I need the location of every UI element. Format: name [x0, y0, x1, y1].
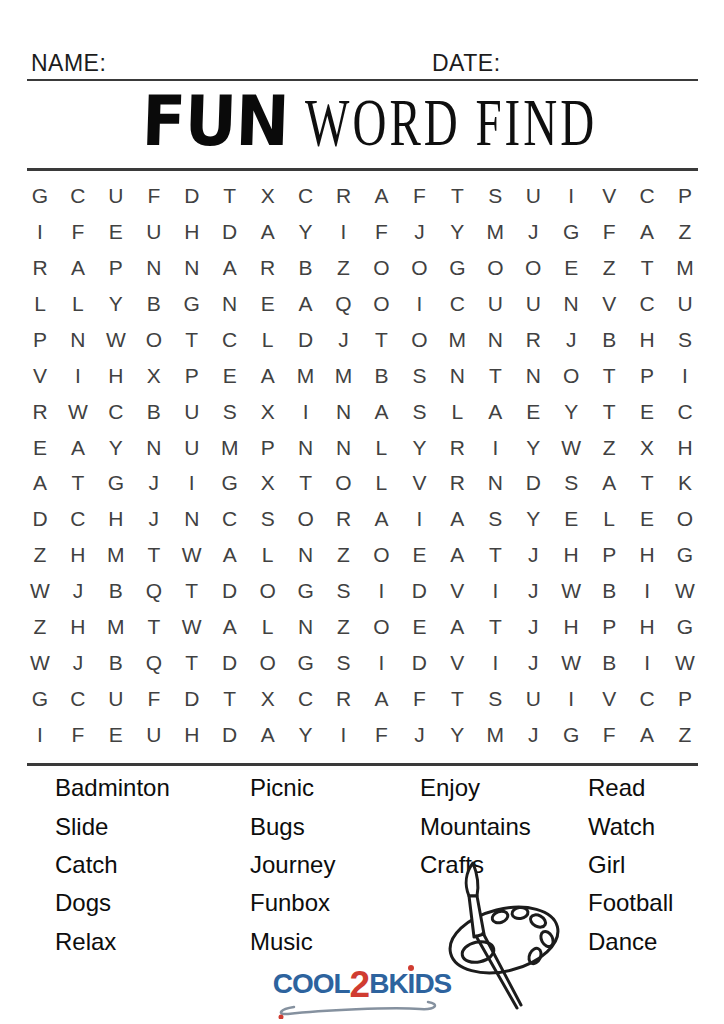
grid-cell-r5c2[interactable]: N [59, 322, 97, 358]
grid-cell-r14c10[interactable]: I [362, 645, 400, 681]
grid-cell-r11c4[interactable]: T [135, 537, 173, 573]
word-dance[interactable]: Dance [588, 923, 700, 961]
grid-cell-r13c13[interactable]: T [476, 609, 514, 645]
grid-cell-r2c8[interactable]: Y [287, 214, 325, 250]
grid-cell-r15c16[interactable]: V [590, 681, 628, 717]
grid-cell-r11c6[interactable]: A [211, 537, 249, 573]
grid-cell-r9c8[interactable]: T [287, 466, 325, 502]
grid-cell-r15c17[interactable]: C [628, 681, 666, 717]
grid-cell-r6c4[interactable]: X [135, 358, 173, 394]
grid-cell-r16c5[interactable]: H [173, 717, 211, 753]
grid-cell-r10c5[interactable]: N [173, 501, 211, 537]
grid-cell-r5c10[interactable]: T [362, 322, 400, 358]
grid-cell-r12c17[interactable]: I [628, 573, 666, 609]
grid-cell-r3c14[interactable]: O [514, 250, 552, 286]
grid-cell-r4c1[interactable]: L [21, 286, 59, 322]
grid-cell-r11c18[interactable]: G [666, 537, 704, 573]
grid-cell-r4c5[interactable]: G [173, 286, 211, 322]
grid-cell-r10c18[interactable]: O [666, 501, 704, 537]
word-mountains[interactable]: Mountains [420, 807, 588, 845]
grid-cell-r10c16[interactable]: L [590, 501, 628, 537]
grid-cell-r10c8[interactable]: O [287, 501, 325, 537]
grid-cell-r4c2[interactable]: L [59, 286, 97, 322]
grid-cell-r5c4[interactable]: O [135, 322, 173, 358]
grid-cell-r7c3[interactable]: C [97, 394, 135, 430]
grid-cell-r7c5[interactable]: U [173, 394, 211, 430]
grid-cell-r10c7[interactable]: S [249, 501, 287, 537]
grid-cell-r14c8[interactable]: G [287, 645, 325, 681]
grid-cell-r13c5[interactable]: W [173, 609, 211, 645]
grid-cell-r7c2[interactable]: W [59, 394, 97, 430]
grid-cell-r11c12[interactable]: A [438, 537, 476, 573]
grid-cell-r14c12[interactable]: V [438, 645, 476, 681]
grid-cell-r6c17[interactable]: P [628, 358, 666, 394]
grid-cell-r11c16[interactable]: P [590, 537, 628, 573]
grid-cell-r6c1[interactable]: V [21, 358, 59, 394]
grid-cell-r8c1[interactable]: E [21, 430, 59, 466]
grid-cell-r8c16[interactable]: Z [590, 430, 628, 466]
grid-cell-r9c13[interactable]: N [476, 466, 514, 502]
grid-cell-r5c6[interactable]: C [211, 322, 249, 358]
grid-cell-r4c14[interactable]: U [514, 286, 552, 322]
word-enjoy[interactable]: Enjoy [420, 769, 588, 807]
grid-cell-r10c6[interactable]: C [211, 501, 249, 537]
grid-cell-r4c6[interactable]: N [211, 286, 249, 322]
grid-cell-r9c4[interactable]: J [135, 466, 173, 502]
grid-cell-r1c3[interactable]: U [97, 178, 135, 214]
grid-cell-r3c2[interactable]: A [59, 250, 97, 286]
grid-cell-r11c1[interactable]: Z [21, 537, 59, 573]
word-watch[interactable]: Watch [588, 807, 700, 845]
grid-cell-r4c15[interactable]: N [552, 286, 590, 322]
grid-cell-r14c7[interactable]: O [249, 645, 287, 681]
grid-cell-r5c8[interactable]: D [287, 322, 325, 358]
grid-cell-r6c12[interactable]: N [438, 358, 476, 394]
grid-cell-r10c1[interactable]: D [21, 501, 59, 537]
grid-cell-r12c5[interactable]: T [173, 573, 211, 609]
grid-cell-r7c14[interactable]: E [514, 394, 552, 430]
grid-cell-r13c7[interactable]: L [249, 609, 287, 645]
grid-cell-r7c15[interactable]: Y [552, 394, 590, 430]
grid-cell-r12c12[interactable]: V [438, 573, 476, 609]
grid-cell-r7c13[interactable]: A [476, 394, 514, 430]
grid-cell-r8c3[interactable]: Y [97, 430, 135, 466]
grid-cell-r1c18[interactable]: P [666, 178, 704, 214]
grid-cell-r16c3[interactable]: E [97, 717, 135, 753]
grid-cell-r3c15[interactable]: E [552, 250, 590, 286]
grid-cell-r11c8[interactable]: N [287, 537, 325, 573]
grid-cell-r5c14[interactable]: R [514, 322, 552, 358]
grid-cell-r9c16[interactable]: A [590, 466, 628, 502]
grid-cell-r8c6[interactable]: M [211, 430, 249, 466]
grid-cell-r14c9[interactable]: S [325, 645, 363, 681]
grid-cell-r12c6[interactable]: D [211, 573, 249, 609]
grid-cell-r10c14[interactable]: Y [514, 501, 552, 537]
word-relax[interactable]: Relax [55, 923, 250, 961]
grid-cell-r3c13[interactable]: O [476, 250, 514, 286]
grid-cell-r14c5[interactable]: T [173, 645, 211, 681]
grid-cell-r5c9[interactable]: J [325, 322, 363, 358]
grid-cell-r14c11[interactable]: D [400, 645, 438, 681]
grid-cell-r5c7[interactable]: L [249, 322, 287, 358]
grid-cell-r8c10[interactable]: L [362, 430, 400, 466]
grid-cell-r6c7[interactable]: A [249, 358, 287, 394]
grid-cell-r1c9[interactable]: R [325, 178, 363, 214]
grid-cell-r11c7[interactable]: L [249, 537, 287, 573]
grid-cell-r4c11[interactable]: I [400, 286, 438, 322]
grid-cell-r16c15[interactable]: G [552, 717, 590, 753]
grid-cell-r8c17[interactable]: X [628, 430, 666, 466]
grid-cell-r1c15[interactable]: I [552, 178, 590, 214]
grid-cell-r6c11[interactable]: S [400, 358, 438, 394]
grid-cell-r10c4[interactable]: J [135, 501, 173, 537]
grid-cell-r13c6[interactable]: A [211, 609, 249, 645]
grid-cell-r5c5[interactable]: T [173, 322, 211, 358]
grid-cell-r11c10[interactable]: O [362, 537, 400, 573]
grid-cell-r16c18[interactable]: Z [666, 717, 704, 753]
grid-cell-r7c11[interactable]: S [400, 394, 438, 430]
grid-cell-r13c2[interactable]: H [59, 609, 97, 645]
grid-cell-r16c14[interactable]: J [514, 717, 552, 753]
word-badminton[interactable]: Badminton [55, 769, 250, 807]
grid-cell-r12c7[interactable]: O [249, 573, 287, 609]
grid-cell-r7c10[interactable]: A [362, 394, 400, 430]
grid-cell-r11c11[interactable]: E [400, 537, 438, 573]
grid-cell-r6c9[interactable]: M [325, 358, 363, 394]
grid-cell-r15c18[interactable]: P [666, 681, 704, 717]
grid-cell-r12c2[interactable]: J [59, 573, 97, 609]
grid-cell-r8c9[interactable]: N [325, 430, 363, 466]
grid-cell-r1c7[interactable]: X [249, 178, 287, 214]
grid-cell-r16c11[interactable]: J [400, 717, 438, 753]
grid-cell-r2c7[interactable]: A [249, 214, 287, 250]
grid-cell-r1c14[interactable]: U [514, 178, 552, 214]
grid-cell-r14c15[interactable]: W [552, 645, 590, 681]
grid-cell-r6c10[interactable]: B [362, 358, 400, 394]
grid-cell-r14c18[interactable]: W [666, 645, 704, 681]
grid-cell-r13c9[interactable]: Z [325, 609, 363, 645]
grid-cell-r1c17[interactable]: C [628, 178, 666, 214]
grid-cell-r15c13[interactable]: S [476, 681, 514, 717]
grid-cell-r16c17[interactable]: A [628, 717, 666, 753]
grid-cell-r7c18[interactable]: C [666, 394, 704, 430]
grid-cell-r12c3[interactable]: B [97, 573, 135, 609]
word-dogs[interactable]: Dogs [55, 884, 250, 922]
grid-cell-r3c12[interactable]: G [438, 250, 476, 286]
word-catch[interactable]: Catch [55, 846, 250, 884]
grid-cell-r14c3[interactable]: B [97, 645, 135, 681]
grid-cell-r13c18[interactable]: G [666, 609, 704, 645]
grid-cell-r4c9[interactable]: Q [325, 286, 363, 322]
grid-cell-r7c8[interactable]: I [287, 394, 325, 430]
grid-cell-r9c2[interactable]: T [59, 466, 97, 502]
grid-cell-r2c13[interactable]: M [476, 214, 514, 250]
grid-cell-r4c4[interactable]: B [135, 286, 173, 322]
grid-cell-r1c1[interactable]: G [21, 178, 59, 214]
grid-cell-r6c3[interactable]: H [97, 358, 135, 394]
grid-cell-r11c9[interactable]: Z [325, 537, 363, 573]
grid-cell-r8c2[interactable]: A [59, 430, 97, 466]
grid-cell-r9c1[interactable]: A [21, 466, 59, 502]
grid-cell-r1c12[interactable]: T [438, 178, 476, 214]
grid-cell-r12c10[interactable]: I [362, 573, 400, 609]
grid-cell-r14c4[interactable]: Q [135, 645, 173, 681]
grid-cell-r15c11[interactable]: F [400, 681, 438, 717]
grid-cell-r14c14[interactable]: J [514, 645, 552, 681]
grid-cell-r16c7[interactable]: A [249, 717, 287, 753]
grid-cell-r7c7[interactable]: X [249, 394, 287, 430]
grid-cell-r7c6[interactable]: S [211, 394, 249, 430]
grid-cell-r15c10[interactable]: A [362, 681, 400, 717]
grid-cell-r1c2[interactable]: C [59, 178, 97, 214]
grid-cell-r9c11[interactable]: V [400, 466, 438, 502]
grid-cell-r15c12[interactable]: T [438, 681, 476, 717]
grid-cell-r10c2[interactable]: C [59, 501, 97, 537]
grid-cell-r15c1[interactable]: G [21, 681, 59, 717]
grid-cell-r2c11[interactable]: J [400, 214, 438, 250]
grid-cell-r5c1[interactable]: P [21, 322, 59, 358]
grid-cell-r15c3[interactable]: U [97, 681, 135, 717]
grid-cell-r10c10[interactable]: A [362, 501, 400, 537]
grid-cell-r8c7[interactable]: P [249, 430, 287, 466]
grid-cell-r14c6[interactable]: D [211, 645, 249, 681]
grid-cell-r1c10[interactable]: A [362, 178, 400, 214]
grid-cell-r10c12[interactable]: A [438, 501, 476, 537]
grid-cell-r16c13[interactable]: M [476, 717, 514, 753]
grid-cell-r7c12[interactable]: L [438, 394, 476, 430]
grid-cell-r14c17[interactable]: I [628, 645, 666, 681]
grid-cell-r11c17[interactable]: H [628, 537, 666, 573]
grid-cell-r3c16[interactable]: Z [590, 250, 628, 286]
grid-cell-r9c7[interactable]: X [249, 466, 287, 502]
grid-cell-r5c15[interactable]: J [552, 322, 590, 358]
grid-cell-r1c6[interactable]: T [211, 178, 249, 214]
grid-cell-r8c12[interactable]: R [438, 430, 476, 466]
grid-cell-r9c18[interactable]: K [666, 466, 704, 502]
grid-cell-r4c17[interactable]: C [628, 286, 666, 322]
grid-cell-r3c9[interactable]: Z [325, 250, 363, 286]
grid-cell-r13c10[interactable]: O [362, 609, 400, 645]
grid-cell-r9c10[interactable]: L [362, 466, 400, 502]
grid-cell-r3c1[interactable]: R [21, 250, 59, 286]
grid-cell-r4c18[interactable]: U [666, 286, 704, 322]
grid-cell-r3c17[interactable]: T [628, 250, 666, 286]
grid-cell-r7c17[interactable]: E [628, 394, 666, 430]
word-journey[interactable]: Journey [250, 846, 420, 884]
grid-cell-r3c10[interactable]: O [362, 250, 400, 286]
grid-cell-r7c9[interactable]: N [325, 394, 363, 430]
grid-cell-r12c11[interactable]: D [400, 573, 438, 609]
grid-cell-r6c8[interactable]: M [287, 358, 325, 394]
grid-cell-r7c16[interactable]: T [590, 394, 628, 430]
word-bugs[interactable]: Bugs [250, 807, 420, 845]
grid-cell-r15c5[interactable]: D [173, 681, 211, 717]
grid-cell-r13c11[interactable]: E [400, 609, 438, 645]
grid-cell-r1c5[interactable]: D [173, 178, 211, 214]
grid-cell-r13c12[interactable]: A [438, 609, 476, 645]
grid-cell-r13c8[interactable]: N [287, 609, 325, 645]
grid-cell-r6c6[interactable]: E [211, 358, 249, 394]
grid-cell-r6c5[interactable]: P [173, 358, 211, 394]
grid-cell-r6c18[interactable]: I [666, 358, 704, 394]
grid-cell-r9c5[interactable]: I [173, 466, 211, 502]
grid-cell-r13c15[interactable]: H [552, 609, 590, 645]
grid-cell-r4c10[interactable]: O [362, 286, 400, 322]
grid-cell-r8c18[interactable]: H [666, 430, 704, 466]
grid-cell-r15c4[interactable]: F [135, 681, 173, 717]
grid-cell-r12c8[interactable]: G [287, 573, 325, 609]
grid-cell-r9c3[interactable]: G [97, 466, 135, 502]
grid-cell-r12c13[interactable]: I [476, 573, 514, 609]
grid-cell-r11c5[interactable]: W [173, 537, 211, 573]
grid-cell-r16c1[interactable]: I [21, 717, 59, 753]
grid-cell-r13c17[interactable]: H [628, 609, 666, 645]
grid-cell-r6c16[interactable]: T [590, 358, 628, 394]
grid-cell-r5c3[interactable]: W [97, 322, 135, 358]
grid-cell-r1c16[interactable]: V [590, 178, 628, 214]
grid-cell-r12c14[interactable]: J [514, 573, 552, 609]
grid-cell-r10c3[interactable]: H [97, 501, 135, 537]
grid-cell-r4c7[interactable]: E [249, 286, 287, 322]
grid-cell-r8c14[interactable]: Y [514, 430, 552, 466]
grid-cell-r4c16[interactable]: V [590, 286, 628, 322]
grid-cell-r16c16[interactable]: F [590, 717, 628, 753]
grid-cell-r2c3[interactable]: E [97, 214, 135, 250]
grid-cell-r6c15[interactable]: O [552, 358, 590, 394]
word-slide[interactable]: Slide [55, 807, 250, 845]
grid-cell-r15c15[interactable]: I [552, 681, 590, 717]
grid-cell-r7c4[interactable]: B [135, 394, 173, 430]
grid-cell-r12c4[interactable]: Q [135, 573, 173, 609]
grid-cell-r5c17[interactable]: H [628, 322, 666, 358]
grid-cell-r12c16[interactable]: B [590, 573, 628, 609]
grid-cell-r5c16[interactable]: B [590, 322, 628, 358]
grid-cell-r15c2[interactable]: C [59, 681, 97, 717]
grid-cell-r11c2[interactable]: H [59, 537, 97, 573]
grid-cell-r16c8[interactable]: Y [287, 717, 325, 753]
grid-cell-r11c15[interactable]: H [552, 537, 590, 573]
grid-cell-r2c10[interactable]: F [362, 214, 400, 250]
grid-cell-r9c14[interactable]: D [514, 466, 552, 502]
grid-cell-r6c2[interactable]: I [59, 358, 97, 394]
grid-cell-r5c13[interactable]: N [476, 322, 514, 358]
grid-cell-r2c16[interactable]: F [590, 214, 628, 250]
grid-cell-r8c5[interactable]: U [173, 430, 211, 466]
grid-cell-r13c14[interactable]: J [514, 609, 552, 645]
grid-cell-r16c4[interactable]: U [135, 717, 173, 753]
grid-cell-r2c4[interactable]: U [135, 214, 173, 250]
grid-cell-r9c9[interactable]: O [325, 466, 363, 502]
grid-cell-r5c12[interactable]: M [438, 322, 476, 358]
grid-cell-r2c17[interactable]: A [628, 214, 666, 250]
grid-cell-r9c12[interactable]: R [438, 466, 476, 502]
grid-cell-r10c11[interactable]: I [400, 501, 438, 537]
grid-cell-r15c6[interactable]: T [211, 681, 249, 717]
grid-cell-r3c8[interactable]: B [287, 250, 325, 286]
grid-cell-r10c15[interactable]: E [552, 501, 590, 537]
grid-cell-r15c14[interactable]: U [514, 681, 552, 717]
grid-cell-r8c15[interactable]: W [552, 430, 590, 466]
grid-cell-r13c1[interactable]: Z [21, 609, 59, 645]
grid-cell-r14c1[interactable]: W [21, 645, 59, 681]
grid-cell-r2c9[interactable]: I [325, 214, 363, 250]
grid-cell-r16c10[interactable]: F [362, 717, 400, 753]
grid-cell-r15c7[interactable]: X [249, 681, 287, 717]
grid-cell-r1c8[interactable]: C [287, 178, 325, 214]
grid-cell-r7c1[interactable]: R [21, 394, 59, 430]
grid-cell-r16c9[interactable]: I [325, 717, 363, 753]
grid-cell-r15c8[interactable]: C [287, 681, 325, 717]
grid-cell-r13c3[interactable]: M [97, 609, 135, 645]
grid-cell-r8c13[interactable]: I [476, 430, 514, 466]
grid-cell-r3c11[interactable]: O [400, 250, 438, 286]
grid-cell-r2c2[interactable]: F [59, 214, 97, 250]
grid-cell-r12c18[interactable]: W [666, 573, 704, 609]
word-girl[interactable]: Girl [588, 846, 700, 884]
grid-cell-r2c12[interactable]: Y [438, 214, 476, 250]
grid-cell-r2c1[interactable]: I [21, 214, 59, 250]
grid-cell-r2c14[interactable]: J [514, 214, 552, 250]
grid-cell-r13c16[interactable]: P [590, 609, 628, 645]
word-read[interactable]: Read [588, 769, 700, 807]
grid-cell-r4c3[interactable]: Y [97, 286, 135, 322]
grid-cell-r4c8[interactable]: A [287, 286, 325, 322]
grid-cell-r3c7[interactable]: R [249, 250, 287, 286]
grid-cell-r3c6[interactable]: A [211, 250, 249, 286]
grid-cell-r3c18[interactable]: M [666, 250, 704, 286]
grid-cell-r16c6[interactable]: D [211, 717, 249, 753]
grid-cell-r1c13[interactable]: S [476, 178, 514, 214]
grid-cell-r12c1[interactable]: W [21, 573, 59, 609]
grid-cell-r11c3[interactable]: M [97, 537, 135, 573]
grid-cell-r13c4[interactable]: T [135, 609, 173, 645]
grid-cell-r12c9[interactable]: S [325, 573, 363, 609]
grid-cell-r8c4[interactable]: N [135, 430, 173, 466]
grid-cell-r10c9[interactable]: R [325, 501, 363, 537]
grid-cell-r16c12[interactable]: Y [438, 717, 476, 753]
grid-cell-r3c5[interactable]: N [173, 250, 211, 286]
grid-cell-r8c8[interactable]: N [287, 430, 325, 466]
grid-cell-r2c5[interactable]: H [173, 214, 211, 250]
grid-cell-r6c14[interactable]: N [514, 358, 552, 394]
grid-cell-r10c17[interactable]: E [628, 501, 666, 537]
grid-cell-r2c6[interactable]: D [211, 214, 249, 250]
grid-cell-r3c3[interactable]: P [97, 250, 135, 286]
grid-cell-r9c15[interactable]: S [552, 466, 590, 502]
grid-cell-r4c13[interactable]: U [476, 286, 514, 322]
grid-cell-r14c13[interactable]: I [476, 645, 514, 681]
grid-cell-r4c12[interactable]: C [438, 286, 476, 322]
word-music[interactable]: Music [250, 923, 420, 961]
grid-cell-r1c4[interactable]: F [135, 178, 173, 214]
grid-cell-r12c15[interactable]: W [552, 573, 590, 609]
grid-cell-r11c14[interactable]: J [514, 537, 552, 573]
grid-cell-r15c9[interactable]: R [325, 681, 363, 717]
grid-cell-r1c11[interactable]: F [400, 178, 438, 214]
grid-cell-r16c2[interactable]: F [59, 717, 97, 753]
grid-cell-r2c15[interactable]: G [552, 214, 590, 250]
grid-cell-r14c2[interactable]: J [59, 645, 97, 681]
grid-cell-r9c17[interactable]: T [628, 466, 666, 502]
grid-cell-r10c13[interactable]: S [476, 501, 514, 537]
grid-cell-r3c4[interactable]: N [135, 250, 173, 286]
word-funbox[interactable]: Funbox [250, 884, 420, 922]
word-football[interactable]: Football [588, 884, 700, 922]
grid-cell-r8c11[interactable]: Y [400, 430, 438, 466]
grid-cell-r6c13[interactable]: T [476, 358, 514, 394]
grid-cell-r11c13[interactable]: T [476, 537, 514, 573]
word-picnic[interactable]: Picnic [250, 769, 420, 807]
